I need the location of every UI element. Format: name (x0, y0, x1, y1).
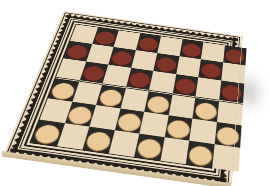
scene: ●●●●●●●●●●●●●●●●●●●●●●●● (0, 0, 270, 186)
square-f8[interactable]: ● (179, 39, 203, 59)
red-piece[interactable]: ● (219, 79, 244, 102)
red-piece[interactable]: ● (180, 38, 204, 58)
square-g1[interactable]: ● (186, 141, 214, 168)
red-piece[interactable]: ● (173, 73, 199, 95)
light-piece[interactable]: ● (193, 97, 219, 121)
square-d6[interactable]: ● (126, 68, 154, 90)
square-b6[interactable]: ● (79, 61, 108, 83)
checkers-board: ●●●●●●●●●●●●●●●●●●●●●●●● (3, 11, 242, 186)
red-piece[interactable]: ● (80, 60, 109, 82)
red-piece[interactable]: ● (154, 52, 180, 73)
light-piece[interactable]: ● (186, 139, 214, 166)
square-f6[interactable]: ● (173, 74, 199, 96)
red-piece[interactable]: ● (126, 67, 153, 89)
product-photo-canvas: ●●●●●●●●●●●●●●●●●●●●●●●● (0, 0, 270, 186)
red-piece[interactable]: ● (109, 46, 136, 67)
red-piece[interactable]: ● (223, 44, 246, 64)
red-piece[interactable]: ● (199, 58, 223, 79)
square-h1[interactable] (212, 144, 239, 171)
square-h3[interactable] (217, 101, 243, 125)
square-h8[interactable]: ● (223, 45, 246, 65)
square-f1[interactable] (160, 137, 189, 164)
square-g7[interactable]: ● (199, 59, 223, 80)
square-h6[interactable]: ● (219, 80, 244, 103)
red-piece[interactable]: ● (92, 27, 119, 47)
red-piece[interactable]: ● (136, 32, 162, 52)
